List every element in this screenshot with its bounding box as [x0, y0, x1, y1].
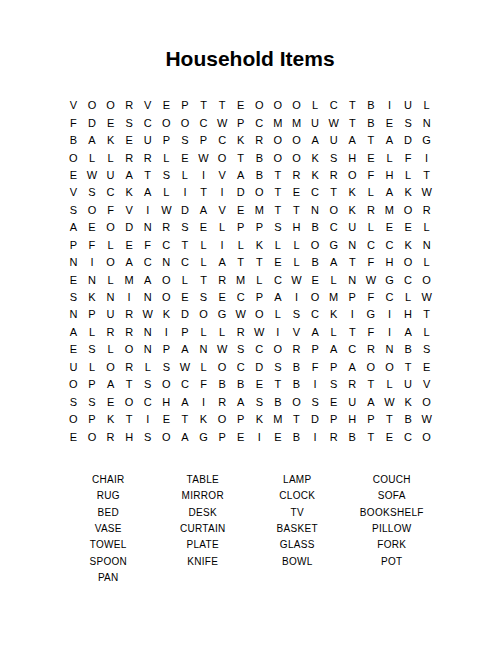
grid-cell: A [176, 341, 195, 358]
grid-cell: S [176, 132, 195, 149]
grid-cell: O [380, 359, 399, 376]
grid-cell: O [417, 393, 436, 410]
grid-cell: T [362, 428, 381, 445]
grid-cell: A [64, 219, 83, 236]
grid-cell: A [324, 254, 343, 271]
grid-cell: R [287, 341, 306, 358]
grid-cell: T [324, 184, 343, 201]
grid-cell: L [101, 149, 120, 166]
grid-cell: T [176, 237, 195, 254]
word-item: DESK [156, 505, 251, 521]
grid-cell: I [120, 289, 139, 306]
grid-cell: D [399, 132, 418, 149]
grid-cell: B [362, 114, 381, 131]
grid-cell: T [176, 411, 195, 428]
grid-cell: E [306, 271, 325, 288]
grid-cell: R [324, 428, 343, 445]
grid-cell: D [83, 114, 102, 131]
grid-cell: I [157, 324, 176, 341]
grid-cell: R [213, 393, 232, 410]
grid-cell: E [120, 237, 139, 254]
grid-cell: A [306, 132, 325, 149]
grid-cell: A [138, 271, 157, 288]
grid-cell: C [231, 359, 250, 376]
grid-cell: F [362, 289, 381, 306]
grid-cell: O [250, 97, 269, 114]
word-item: RUG [61, 488, 156, 504]
word-item: MIRROR [156, 488, 251, 504]
grid-cell: O [101, 219, 120, 236]
grid-cell: S [399, 114, 418, 131]
grid-cell: C [138, 254, 157, 271]
grid-cell: T [269, 167, 288, 184]
grid-cell: L [287, 254, 306, 271]
grid-cell: W [417, 184, 436, 201]
grid-cell: S [83, 393, 102, 410]
grid-cell: A [64, 324, 83, 341]
grid-cell: I [306, 376, 325, 393]
grid-cell: O [269, 341, 288, 358]
grid-cell: V [213, 202, 232, 219]
grid-cell: K [399, 393, 418, 410]
grid-cell: O [399, 202, 418, 219]
grid-cell: T [269, 376, 288, 393]
grid-cell: G [324, 237, 343, 254]
grid-cell: E [176, 149, 195, 166]
grid-cell: I [250, 428, 269, 445]
grid-cell: L [250, 271, 269, 288]
grid-cell: T [194, 184, 213, 201]
grid-cell: M [269, 411, 288, 428]
grid-cell: W [250, 324, 269, 341]
word-list-column: LAMPCLOCKTVBASKETGLASSBOWL [250, 472, 345, 587]
grid-cell: A [83, 132, 102, 149]
grid-cell: S [194, 289, 213, 306]
grid-cell: H [287, 219, 306, 236]
grid-cell: A [231, 167, 250, 184]
word-item: BOOKSHELF [345, 505, 440, 521]
grid-cell: P [194, 132, 213, 149]
grid-cell: A [194, 202, 213, 219]
grid-cell: P [250, 289, 269, 306]
grid-cell: N [417, 237, 436, 254]
grid-cell: C [250, 114, 269, 131]
grid-cell: S [324, 149, 343, 166]
grid-cell: V [287, 324, 306, 341]
grid-cell: U [343, 219, 362, 236]
grid-cell: A [324, 341, 343, 358]
grid-cell: C [269, 271, 288, 288]
grid-cell: C [306, 306, 325, 323]
grid-cell: E [324, 393, 343, 410]
word-item: PILLOW [345, 521, 440, 537]
grid-cell: R [250, 132, 269, 149]
grid-cell: P [176, 324, 195, 341]
grid-cell: O [64, 411, 83, 428]
grid-cell: E [231, 202, 250, 219]
grid-cell: M [250, 202, 269, 219]
grid-cell: A [380, 184, 399, 201]
grid-cell: B [250, 149, 269, 166]
grid-cell: O [64, 376, 83, 393]
word-item: TV [250, 505, 345, 521]
grid-cell: O [213, 411, 232, 428]
grid-cell: L [83, 359, 102, 376]
grid-cell: S [83, 184, 102, 201]
grid-cell: I [83, 254, 102, 271]
grid-cell: A [362, 393, 381, 410]
grid-cell: O [83, 202, 102, 219]
grid-cell: L [362, 184, 381, 201]
grid-cell: L [231, 237, 250, 254]
grid-cell: C [138, 114, 157, 131]
grid-cell: K [399, 237, 418, 254]
grid-cell: I [343, 306, 362, 323]
word-search-grid: VOORVEPTTEOOOLCTBIULFDESCOOCWPCMMUWTBESN… [64, 97, 436, 446]
grid-cell: P [250, 219, 269, 236]
grid-cell: I [269, 324, 288, 341]
grid-cell: N [64, 254, 83, 271]
grid-cell: U [343, 393, 362, 410]
grid-cell: S [138, 376, 157, 393]
grid-cell: D [176, 202, 195, 219]
grid-cell: A [120, 167, 139, 184]
grid-cell: N [138, 341, 157, 358]
grid-cell: A [176, 393, 195, 410]
grid-cell: N [306, 202, 325, 219]
grid-cell: I [176, 184, 195, 201]
grid-cell: C [343, 341, 362, 358]
grid-cell: S [176, 219, 195, 236]
grid-cell: K [194, 411, 213, 428]
grid-cell: O [64, 149, 83, 166]
grid-cell: I [380, 324, 399, 341]
grid-cell: I [213, 237, 232, 254]
grid-cell: K [324, 306, 343, 323]
grid-cell: B [250, 167, 269, 184]
grid-cell: C [176, 376, 195, 393]
grid-cell: I [194, 167, 213, 184]
grid-cell: N [138, 219, 157, 236]
grid-cell: M [231, 271, 250, 288]
grid-cell: F [362, 324, 381, 341]
grid-cell: R [231, 324, 250, 341]
grid-cell: N [343, 237, 362, 254]
grid-cell: T [399, 359, 418, 376]
word-list-column: COUCHSOFABOOKSHELFPILLOWFORKPOT [345, 472, 440, 587]
grid-cell: R [362, 202, 381, 219]
grid-cell: W [213, 341, 232, 358]
grid-cell: N [343, 271, 362, 288]
grid-cell: P [306, 341, 325, 358]
grid-cell: G [213, 306, 232, 323]
grid-cell: L [324, 271, 343, 288]
grid-cell: S [324, 376, 343, 393]
grid-cell: C [250, 341, 269, 358]
puzzle-title: Household Items [0, 0, 500, 72]
grid-cell: E [231, 97, 250, 114]
grid-cell: E [380, 219, 399, 236]
grid-cell: L [213, 324, 232, 341]
grid-cell: T [138, 167, 157, 184]
grid-cell: L [157, 149, 176, 166]
grid-cell: B [399, 411, 418, 428]
grid-cell: L [194, 359, 213, 376]
grid-cell: F [64, 114, 83, 131]
grid-cell: V [120, 202, 139, 219]
grid-cell: T [231, 254, 250, 271]
grid-cell: T [417, 306, 436, 323]
grid-cell: S [64, 202, 83, 219]
grid-cell: T [417, 167, 436, 184]
grid-cell: L [213, 219, 232, 236]
grid-cell: E [417, 359, 436, 376]
grid-cell: T [343, 254, 362, 271]
grid-cell: R [138, 149, 157, 166]
grid-cell: E [231, 428, 250, 445]
grid-cell: W [138, 306, 157, 323]
grid-cell: O [417, 271, 436, 288]
grid-cell: W [83, 167, 102, 184]
grid-cell: M [269, 114, 288, 131]
grid-cell: A [213, 254, 232, 271]
grid-cell: W [417, 411, 436, 428]
grid-cell: W [194, 149, 213, 166]
grid-cell: A [380, 132, 399, 149]
grid-cell: C [176, 254, 195, 271]
grid-cell: E [64, 341, 83, 358]
grid-cell: B [343, 428, 362, 445]
grid-cell: R [120, 324, 139, 341]
word-item: POT [345, 554, 440, 570]
word-item: TABLE [156, 472, 251, 488]
grid-cell: I [306, 428, 325, 445]
grid-cell: O [306, 289, 325, 306]
grid-cell: O [120, 393, 139, 410]
grid-cell: S [250, 393, 269, 410]
grid-cell: L [176, 167, 195, 184]
grid-cell: I [138, 202, 157, 219]
grid-cell: S [157, 167, 176, 184]
grid-cell: P [176, 97, 195, 114]
grid-cell: R [213, 271, 232, 288]
word-list-column: TABLEMIRRORDESKCURTAINPLATEKNIFE [156, 472, 251, 587]
word-list-column: CHAIRRUGBEDVASETOWELSPOONPAN [61, 472, 156, 587]
grid-cell: L [83, 149, 102, 166]
grid-cell: W [287, 271, 306, 288]
grid-cell: I [138, 411, 157, 428]
grid-cell: C [306, 184, 325, 201]
grid-cell: K [231, 132, 250, 149]
grid-cell: L [417, 219, 436, 236]
grid-cell: F [399, 149, 418, 166]
grid-cell: T [120, 376, 139, 393]
grid-cell: E [101, 114, 120, 131]
grid-cell: K [306, 149, 325, 166]
grid-cell: T [380, 411, 399, 428]
grid-cell: R [343, 376, 362, 393]
grid-cell: L [83, 324, 102, 341]
grid-cell: L [399, 167, 418, 184]
grid-cell: A [306, 324, 325, 341]
grid-cell: P [83, 411, 102, 428]
grid-cell: W [176, 359, 195, 376]
word-item: LAMP [250, 472, 345, 488]
grid-cell: L [194, 237, 213, 254]
grid-cell: P [324, 411, 343, 428]
grid-cell: E [250, 376, 269, 393]
grid-cell: L [417, 324, 436, 341]
grid-cell: W [231, 306, 250, 323]
grid-cell: O [120, 341, 139, 358]
grid-cell: T [362, 376, 381, 393]
grid-cell: W [213, 114, 232, 131]
grid-cell: R [120, 97, 139, 114]
grid-cell: C [380, 289, 399, 306]
grid-cell: L [269, 237, 288, 254]
grid-cell: O [362, 359, 381, 376]
grid-cell: W [157, 202, 176, 219]
grid-cell: O [213, 359, 232, 376]
grid-cell: L [269, 306, 288, 323]
word-item: COUCH [345, 472, 440, 488]
grid-cell: G [380, 271, 399, 288]
grid-cell: V [213, 167, 232, 184]
grid-cell: O [176, 114, 195, 131]
word-item: TOWEL [61, 537, 156, 553]
grid-cell: R [287, 167, 306, 184]
word-item: CHAIR [61, 472, 156, 488]
grid-cell: N [417, 114, 436, 131]
grid-cell: T [287, 411, 306, 428]
grid-cell: S [269, 219, 288, 236]
grid-cell: D [250, 359, 269, 376]
grid-cell: B [287, 359, 306, 376]
grid-cell: U [138, 132, 157, 149]
grid-cell: C [399, 428, 418, 445]
grid-cell: A [176, 428, 195, 445]
grid-cell: L [287, 237, 306, 254]
grid-cell: N [194, 341, 213, 358]
grid-cell: E [157, 411, 176, 428]
grid-cell: O [250, 184, 269, 201]
grid-cell: O [287, 97, 306, 114]
grid-cell: F [194, 376, 213, 393]
grid-cell: O [287, 149, 306, 166]
word-item: KNIFE [156, 554, 251, 570]
grid-cell: F [101, 202, 120, 219]
word-item: VASE [61, 521, 156, 537]
grid-cell: V [64, 97, 83, 114]
grid-cell: O [83, 97, 102, 114]
grid-cell: K [343, 184, 362, 201]
grid-cell: P [157, 341, 176, 358]
grid-cell: C [138, 393, 157, 410]
grid-cell: S [287, 306, 306, 323]
grid-cell: O [343, 167, 362, 184]
grid-cell: K [250, 411, 269, 428]
grid-cell: E [64, 428, 83, 445]
grid-cell: H [343, 149, 362, 166]
grid-cell: C [213, 132, 232, 149]
grid-cell: C [399, 271, 418, 288]
grid-cell: A [231, 393, 250, 410]
grid-cell: C [324, 97, 343, 114]
grid-cell: E [269, 428, 288, 445]
grid-cell: O [324, 202, 343, 219]
grid-cell: U [101, 306, 120, 323]
grid-cell: A [120, 254, 139, 271]
grid-cell: O [269, 149, 288, 166]
word-item: BASKET [250, 521, 345, 537]
word-item: SPOON [61, 554, 156, 570]
word-item: CLOCK [250, 488, 345, 504]
grid-cell: S [138, 428, 157, 445]
grid-cell: P [64, 237, 83, 254]
word-item: FORK [345, 537, 440, 553]
grid-cell: L [194, 254, 213, 271]
grid-cell: T [120, 411, 139, 428]
grid-cell: B [306, 219, 325, 236]
grid-cell: I [380, 97, 399, 114]
grid-cell: O [157, 271, 176, 288]
grid-cell: H [380, 254, 399, 271]
grid-cell: N [101, 289, 120, 306]
grid-cell: W [324, 114, 343, 131]
grid-cell: L [194, 324, 213, 341]
grid-cell: P [83, 376, 102, 393]
grid-cell: A [269, 289, 288, 306]
grid-cell: E [380, 428, 399, 445]
grid-cell: F [362, 167, 381, 184]
grid-cell: O [83, 428, 102, 445]
grid-cell: H [343, 411, 362, 428]
grid-cell: R [101, 428, 120, 445]
grid-cell: P [343, 289, 362, 306]
grid-cell: S [83, 341, 102, 358]
grid-cell: G [194, 428, 213, 445]
grid-cell: E [157, 97, 176, 114]
grid-cell: E [380, 114, 399, 131]
grid-cell: O [101, 359, 120, 376]
grid-cell: C [194, 114, 213, 131]
grid-cell: R [120, 306, 139, 323]
grid-cell: N [83, 271, 102, 288]
grid-cell: K [399, 184, 418, 201]
grid-cell: E [213, 289, 232, 306]
grid-cell: D [231, 184, 250, 201]
grid-cell: K [157, 306, 176, 323]
grid-cell: C [101, 184, 120, 201]
grid-cell: A [138, 184, 157, 201]
grid-cell: N [64, 306, 83, 323]
grid-cell: S [269, 359, 288, 376]
grid-cell: W [380, 393, 399, 410]
grid-cell: T [362, 132, 381, 149]
word-list: CHAIRRUGBEDVASETOWELSPOONPANTABLEMIRRORD… [61, 472, 439, 587]
grid-cell: S [64, 289, 83, 306]
grid-cell: U [399, 376, 418, 393]
grid-cell: B [287, 376, 306, 393]
grid-cell: P [324, 359, 343, 376]
grid-cell: U [64, 359, 83, 376]
grid-cell: G [417, 132, 436, 149]
grid-cell: L [399, 289, 418, 306]
grid-cell: C [362, 237, 381, 254]
grid-cell: R [120, 359, 139, 376]
grid-cell: T [231, 149, 250, 166]
grid-cell: O [250, 306, 269, 323]
